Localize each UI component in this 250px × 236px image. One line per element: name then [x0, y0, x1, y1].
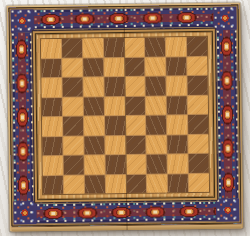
square-b2[interactable]	[63, 156, 83, 175]
square-b7[interactable]	[62, 58, 82, 77]
square-h1[interactable]	[189, 173, 209, 192]
square-f5[interactable]	[146, 96, 166, 115]
square-c3[interactable]	[84, 136, 104, 155]
square-e4[interactable]	[125, 116, 145, 135]
square-e1[interactable]	[126, 174, 146, 193]
square-c8[interactable]	[83, 38, 103, 57]
square-e2[interactable]	[126, 155, 146, 174]
square-d5[interactable]	[104, 97, 124, 116]
square-b5[interactable]	[63, 97, 83, 116]
square-g1[interactable]	[168, 174, 188, 193]
border-corner-bottom-left	[13, 201, 36, 224]
square-g6[interactable]	[167, 76, 187, 95]
square-c5[interactable]	[83, 97, 103, 116]
square-e7[interactable]	[125, 57, 145, 76]
square-e5[interactable]	[125, 96, 145, 115]
square-f2[interactable]	[147, 154, 167, 173]
square-h6[interactable]	[188, 76, 208, 95]
square-g8[interactable]	[166, 37, 186, 56]
square-a5[interactable]	[42, 97, 62, 116]
square-a1[interactable]	[43, 175, 63, 194]
square-f4[interactable]	[146, 115, 166, 134]
square-h7[interactable]	[187, 56, 207, 75]
square-c4[interactable]	[84, 116, 104, 135]
chess-board	[6, 2, 243, 231]
square-d3[interactable]	[105, 136, 125, 155]
square-b6[interactable]	[62, 78, 82, 97]
square-a7[interactable]	[41, 58, 61, 77]
square-d2[interactable]	[105, 155, 125, 174]
border-corner-top-left	[10, 9, 33, 32]
square-b1[interactable]	[64, 175, 84, 194]
square-a4[interactable]	[42, 117, 62, 136]
square-a6[interactable]	[41, 78, 61, 97]
square-d4[interactable]	[105, 116, 125, 135]
border-ornament-left	[11, 32, 34, 201]
square-a2[interactable]	[43, 156, 63, 175]
square-a3[interactable]	[42, 136, 62, 155]
square-h3[interactable]	[188, 134, 208, 153]
square-b8[interactable]	[62, 39, 82, 58]
border-corner-bottom-right	[216, 198, 239, 221]
square-e8[interactable]	[124, 38, 144, 57]
square-f8[interactable]	[145, 37, 165, 56]
square-f1[interactable]	[147, 174, 167, 193]
square-b4[interactable]	[63, 117, 83, 136]
tabletop-background	[0, 0, 250, 236]
square-c7[interactable]	[83, 58, 103, 77]
square-c1[interactable]	[85, 175, 105, 194]
border-ornament-right	[216, 29, 239, 198]
square-d7[interactable]	[104, 58, 124, 77]
square-c6[interactable]	[83, 77, 103, 96]
square-d1[interactable]	[105, 175, 125, 194]
square-f7[interactable]	[146, 57, 166, 76]
square-h4[interactable]	[188, 115, 208, 134]
square-g2[interactable]	[168, 154, 188, 173]
square-h5[interactable]	[188, 95, 208, 114]
square-h2[interactable]	[189, 154, 209, 173]
square-d8[interactable]	[104, 38, 124, 57]
border-corner-top-right	[213, 6, 236, 29]
square-g7[interactable]	[166, 57, 186, 76]
square-g3[interactable]	[168, 135, 188, 154]
square-b3[interactable]	[63, 136, 83, 155]
square-h8[interactable]	[187, 37, 207, 56]
square-e3[interactable]	[126, 135, 146, 154]
square-e6[interactable]	[125, 77, 145, 96]
square-f3[interactable]	[147, 135, 167, 154]
square-c2[interactable]	[84, 155, 104, 174]
square-g4[interactable]	[167, 115, 187, 134]
square-a8[interactable]	[41, 39, 61, 58]
square-g5[interactable]	[167, 96, 187, 115]
square-d6[interactable]	[104, 77, 124, 96]
square-f6[interactable]	[146, 76, 166, 95]
